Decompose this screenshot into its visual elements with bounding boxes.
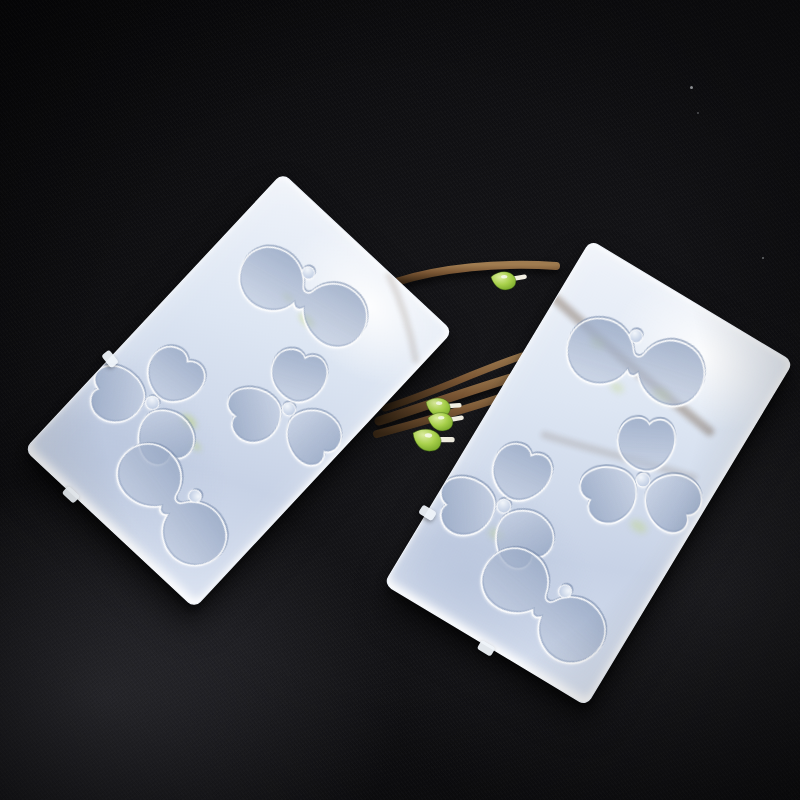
dust-speck (697, 112, 699, 114)
dust-speck (690, 86, 693, 89)
cavity-petal-pair-top (559, 310, 713, 414)
cavity-petal-pair-top (228, 236, 378, 359)
dust-speck (762, 257, 764, 259)
photo-stage (0, 0, 800, 800)
